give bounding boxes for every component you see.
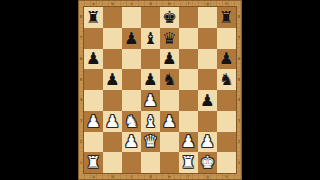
square-d6[interactable] (141, 49, 160, 70)
square-e7[interactable]: ♛ (160, 28, 179, 49)
board-frame: abcdefgh abcdefgh 87654321 87654321 ♜♚♜♟… (78, 0, 242, 180)
square-g4[interactable]: ♟ (198, 90, 217, 111)
square-b4[interactable] (103, 90, 122, 111)
square-h8[interactable]: ♜ (217, 7, 236, 28)
coordinate-label: d (141, 174, 160, 179)
coordinate-label: 8 (236, 7, 242, 28)
coordinate-label: 3 (236, 111, 242, 132)
square-e5[interactable]: ♞ (160, 69, 179, 90)
coordinate-label: 4 (236, 90, 242, 111)
black-knight-h5: ♞ (217, 69, 236, 90)
white-king-g1: ♚ (198, 152, 217, 173)
square-b5[interactable]: ♟ (103, 69, 122, 90)
square-g7[interactable] (198, 28, 217, 49)
black-pawn-e6: ♟ (160, 49, 179, 70)
square-h7[interactable] (217, 28, 236, 49)
square-b6[interactable] (103, 49, 122, 70)
coordinate-label: g (198, 174, 217, 179)
coordinate-label: e (160, 1, 179, 6)
coordinate-label: c (122, 174, 141, 179)
square-g6[interactable] (198, 49, 217, 70)
square-h3[interactable] (217, 111, 236, 132)
square-e2[interactable] (160, 132, 179, 153)
square-c5[interactable] (122, 69, 141, 90)
white-pawn-b3: ♟ (103, 111, 122, 132)
rank-labels-right: 87654321 (236, 7, 242, 173)
square-b3[interactable]: ♟ (103, 111, 122, 132)
black-pawn-d5: ♟ (141, 69, 160, 90)
coordinate-label: f (179, 1, 198, 6)
coordinate-label: a (84, 174, 103, 179)
video-frame: abcdefgh abcdefgh 87654321 87654321 ♜♚♜♟… (0, 0, 320, 180)
white-pawn-f2: ♟ (179, 132, 198, 153)
square-f1[interactable]: ♜ (179, 152, 198, 173)
white-pawn-d4: ♟ (141, 90, 160, 111)
square-f6[interactable] (179, 49, 198, 70)
square-c6[interactable] (122, 49, 141, 70)
square-f2[interactable]: ♟ (179, 132, 198, 153)
square-b8[interactable] (103, 7, 122, 28)
white-bishop-d3: ♝ (141, 111, 160, 132)
square-a4[interactable] (84, 90, 103, 111)
black-pawn-h6: ♟ (217, 49, 236, 70)
square-c1[interactable] (122, 152, 141, 173)
white-queen-d2: ♛ (141, 132, 160, 153)
file-labels-bottom: abcdefgh (84, 174, 236, 179)
square-g2[interactable]: ♟ (198, 132, 217, 153)
square-f3[interactable] (179, 111, 198, 132)
square-c4[interactable] (122, 90, 141, 111)
square-d2[interactable]: ♛ (141, 132, 160, 153)
square-e6[interactable]: ♟ (160, 49, 179, 70)
white-rook-a1: ♜ (84, 152, 103, 173)
black-rook-h8: ♜ (217, 7, 236, 28)
square-c8[interactable] (122, 7, 141, 28)
coordinate-label: f (179, 174, 198, 179)
square-b7[interactable] (103, 28, 122, 49)
white-pawn-a3: ♟ (84, 111, 103, 132)
coordinate-label: c (122, 1, 141, 6)
square-b1[interactable] (103, 152, 122, 173)
coordinate-label: 6 (236, 49, 242, 70)
square-e4[interactable] (160, 90, 179, 111)
square-d1[interactable] (141, 152, 160, 173)
black-pawn-g4: ♟ (198, 90, 217, 111)
square-a6[interactable]: ♟ (84, 49, 103, 70)
square-h1[interactable] (217, 152, 236, 173)
letterbox-left (0, 0, 78, 180)
file-labels-top: abcdefgh (84, 1, 236, 6)
black-pawn-c7: ♟ (122, 28, 141, 49)
square-g3[interactable] (198, 111, 217, 132)
black-king-e8: ♚ (160, 7, 179, 28)
square-h2[interactable] (217, 132, 236, 153)
coordinate-label: 7 (236, 28, 242, 49)
coordinate-label: h (217, 174, 236, 179)
square-c2[interactable]: ♟ (122, 132, 141, 153)
square-g5[interactable] (198, 69, 217, 90)
square-a3[interactable]: ♟ (84, 111, 103, 132)
coordinate-label: 2 (236, 132, 242, 153)
coordinate-label: 5 (236, 69, 242, 90)
square-g1[interactable]: ♚ (198, 152, 217, 173)
square-f7[interactable] (179, 28, 198, 49)
square-d5[interactable]: ♟ (141, 69, 160, 90)
square-h6[interactable]: ♟ (217, 49, 236, 70)
coordinate-label: b (103, 1, 122, 6)
square-a8[interactable]: ♜ (84, 7, 103, 28)
coordinate-label: b (103, 174, 122, 179)
square-d4[interactable]: ♟ (141, 90, 160, 111)
coordinate-label: 1 (236, 152, 242, 173)
square-c7[interactable]: ♟ (122, 28, 141, 49)
square-f5[interactable] (179, 69, 198, 90)
white-knight-c3: ♞ (122, 111, 141, 132)
square-a1[interactable]: ♜ (84, 152, 103, 173)
coordinate-label: e (160, 174, 179, 179)
square-c3[interactable]: ♞ (122, 111, 141, 132)
square-d3[interactable]: ♝ (141, 111, 160, 132)
black-pawn-b5: ♟ (103, 69, 122, 90)
white-pawn-c2: ♟ (122, 132, 141, 153)
square-e8[interactable]: ♚ (160, 7, 179, 28)
coordinate-label: g (198, 1, 217, 6)
black-pawn-a6: ♟ (84, 49, 103, 70)
coordinate-label: d (141, 1, 160, 6)
square-d8[interactable] (141, 7, 160, 28)
square-e3[interactable]: ♟ (160, 111, 179, 132)
white-pawn-g2: ♟ (198, 132, 217, 153)
coordinate-label: a (84, 1, 103, 6)
square-b2[interactable] (103, 132, 122, 153)
black-rook-a8: ♜ (84, 7, 103, 28)
black-bishop-d7: ♝ (141, 28, 160, 49)
square-d7[interactable]: ♝ (141, 28, 160, 49)
white-pawn-e3: ♟ (160, 111, 179, 132)
black-knight-e5: ♞ (160, 69, 179, 90)
square-h5[interactable]: ♞ (217, 69, 236, 90)
square-e1[interactable] (160, 152, 179, 173)
square-a2[interactable] (84, 132, 103, 153)
square-f8[interactable] (179, 7, 198, 28)
letterbox-right (242, 0, 320, 180)
square-f4[interactable] (179, 90, 198, 111)
square-g8[interactable] (198, 7, 217, 28)
chess-board: ♜♚♜♟♝♛♟♟♟♟♟♞♞♟♟♟♟♞♝♟♟♛♟♟♜♜♚ (84, 7, 236, 173)
white-rook-f1: ♜ (179, 152, 198, 173)
square-a5[interactable] (84, 69, 103, 90)
black-queen-e7: ♛ (160, 28, 179, 49)
square-a7[interactable] (84, 28, 103, 49)
square-h4[interactable] (217, 90, 236, 111)
coordinate-label: h (217, 1, 236, 6)
